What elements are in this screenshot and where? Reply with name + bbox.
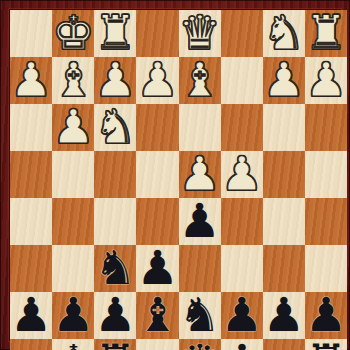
square-b5[interactable] — [263, 198, 305, 245]
white-pawn-b2[interactable]: ♟ — [263, 56, 305, 103]
square-g2[interactable]: ♝ — [52, 57, 94, 104]
square-f3[interactable]: ♞ — [94, 104, 136, 151]
square-b2[interactable]: ♟ — [263, 57, 305, 104]
square-e8[interactable] — [136, 339, 178, 350]
square-d4[interactable]: ♟ — [179, 151, 221, 198]
square-a6[interactable] — [305, 245, 347, 292]
black-rook-a8[interactable]: ♜ — [305, 338, 347, 350]
square-e2[interactable]: ♟ — [136, 57, 178, 104]
square-a2[interactable]: ♟ — [305, 57, 347, 104]
black-pawn-e6[interactable]: ♟ — [136, 244, 178, 291]
square-b8[interactable] — [263, 339, 305, 350]
square-d3[interactable] — [179, 104, 221, 151]
white-bishop-g2[interactable]: ♝ — [52, 56, 94, 103]
black-pawn-b7[interactable]: ♟ — [263, 291, 305, 338]
black-bishop-e7[interactable]: ♝ — [136, 291, 178, 338]
square-c8[interactable]: ♝ — [221, 339, 263, 350]
square-a3[interactable] — [305, 104, 347, 151]
square-g7[interactable]: ♟ — [52, 292, 94, 339]
square-f7[interactable]: ♟ — [94, 292, 136, 339]
black-knight-f6[interactable]: ♞ — [94, 244, 136, 291]
square-h8[interactable] — [10, 339, 52, 350]
black-rook-f8[interactable]: ♜ — [94, 338, 136, 350]
square-b1[interactable]: ♞ — [263, 10, 305, 57]
square-e1[interactable] — [136, 10, 178, 57]
white-bishop-d2[interactable]: ♝ — [179, 56, 221, 103]
square-d2[interactable]: ♝ — [179, 57, 221, 104]
white-queen-d1[interactable]: ♛ — [179, 9, 221, 56]
square-a8[interactable]: ♜ — [305, 339, 347, 350]
white-king-g1[interactable]: ♚ — [52, 9, 94, 56]
square-g3[interactable]: ♟ — [52, 104, 94, 151]
black-pawn-g7[interactable]: ♟ — [52, 291, 94, 338]
square-a1[interactable]: ♜ — [305, 10, 347, 57]
square-e7[interactable]: ♝ — [136, 292, 178, 339]
white-pawn-d4[interactable]: ♟ — [179, 150, 221, 197]
white-rook-f1[interactable]: ♜ — [94, 9, 136, 56]
black-queen-d8[interactable]: ♛ — [179, 338, 221, 350]
square-d8[interactable]: ♛ — [179, 339, 221, 350]
square-f2[interactable]: ♟ — [94, 57, 136, 104]
white-pawn-c4[interactable]: ♟ — [221, 150, 263, 197]
square-g5[interactable] — [52, 198, 94, 245]
square-b4[interactable] — [263, 151, 305, 198]
white-pawn-e2[interactable]: ♟ — [136, 56, 178, 103]
square-c7[interactable]: ♟ — [221, 292, 263, 339]
square-c4[interactable]: ♟ — [221, 151, 263, 198]
square-c2[interactable] — [221, 57, 263, 104]
white-knight-f3[interactable]: ♞ — [94, 103, 136, 150]
square-g1[interactable]: ♚ — [52, 10, 94, 57]
square-c3[interactable] — [221, 104, 263, 151]
square-e4[interactable] — [136, 151, 178, 198]
black-pawn-h7[interactable]: ♟ — [10, 291, 52, 338]
square-f8[interactable]: ♜ — [94, 339, 136, 350]
white-rook-a1[interactable]: ♜ — [305, 9, 347, 56]
square-g6[interactable] — [52, 245, 94, 292]
square-a7[interactable]: ♟ — [305, 292, 347, 339]
black-knight-d7[interactable]: ♞ — [179, 291, 221, 338]
square-h5[interactable] — [10, 198, 52, 245]
square-c1[interactable] — [221, 10, 263, 57]
white-knight-b1[interactable]: ♞ — [263, 9, 305, 56]
square-b6[interactable] — [263, 245, 305, 292]
square-h7[interactable]: ♟ — [10, 292, 52, 339]
white-pawn-g3[interactable]: ♟ — [52, 103, 94, 150]
square-d1[interactable]: ♛ — [179, 10, 221, 57]
chess-board: ♚♜♛♞♜♟♝♟♟♝♟♟♟♞♟♟♟♞♟♟♟♟♝♞♟♟♟♚♜♛♝♜ — [10, 10, 340, 340]
chess-diagram: ♚♜♛♞♜♟♝♟♟♝♟♟♟♞♟♟♟♞♟♟♟♟♝♞♟♟♟♚♜♛♝♜ — [0, 0, 350, 350]
square-h3[interactable] — [10, 104, 52, 151]
square-f4[interactable] — [94, 151, 136, 198]
white-pawn-f2[interactable]: ♟ — [94, 56, 136, 103]
square-e6[interactable]: ♟ — [136, 245, 178, 292]
black-king-g8[interactable]: ♚ — [52, 338, 94, 350]
square-d7[interactable]: ♞ — [179, 292, 221, 339]
black-pawn-a7[interactable]: ♟ — [305, 291, 347, 338]
square-f1[interactable]: ♜ — [94, 10, 136, 57]
square-f6[interactable]: ♞ — [94, 245, 136, 292]
square-e3[interactable] — [136, 104, 178, 151]
square-h6[interactable] — [10, 245, 52, 292]
square-h1[interactable] — [10, 10, 52, 57]
square-c5[interactable] — [221, 198, 263, 245]
black-pawn-d5[interactable]: ♟ — [179, 197, 221, 244]
black-pawn-f7[interactable]: ♟ — [94, 291, 136, 338]
square-g4[interactable] — [52, 151, 94, 198]
square-d6[interactable] — [179, 245, 221, 292]
black-pawn-c7[interactable]: ♟ — [221, 291, 263, 338]
square-b3[interactable] — [263, 104, 305, 151]
square-g8[interactable]: ♚ — [52, 339, 94, 350]
square-h4[interactable] — [10, 151, 52, 198]
square-e5[interactable] — [136, 198, 178, 245]
black-bishop-c8[interactable]: ♝ — [221, 338, 263, 350]
white-pawn-h2[interactable]: ♟ — [10, 56, 52, 103]
square-d5[interactable]: ♟ — [179, 198, 221, 245]
square-f5[interactable] — [94, 198, 136, 245]
square-c6[interactable] — [221, 245, 263, 292]
square-b7[interactable]: ♟ — [263, 292, 305, 339]
square-h2[interactable]: ♟ — [10, 57, 52, 104]
white-pawn-a2[interactable]: ♟ — [305, 56, 347, 103]
square-a5[interactable] — [305, 198, 347, 245]
square-a4[interactable] — [305, 151, 347, 198]
